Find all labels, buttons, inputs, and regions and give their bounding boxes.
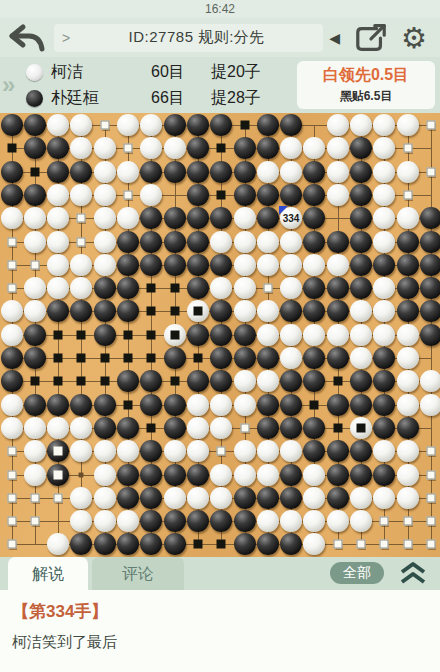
stone-white xyxy=(47,231,69,253)
stone-black xyxy=(327,394,349,416)
black-player-row: 朴廷桓 66目 提28子 xyxy=(26,85,295,111)
stone-white xyxy=(47,207,69,229)
dead-black-stone xyxy=(47,440,69,462)
territory-marker-white xyxy=(426,517,435,526)
stone-white xyxy=(280,347,302,369)
stone-black xyxy=(327,464,349,486)
territory-marker-white xyxy=(263,284,272,293)
stone-black xyxy=(164,114,186,136)
stone-black xyxy=(164,161,186,183)
stone-white xyxy=(234,254,256,276)
result-lead: 白领先0.5目 xyxy=(323,65,409,86)
stone-black xyxy=(350,370,372,392)
stone-black xyxy=(24,137,46,159)
stone-white xyxy=(303,324,325,346)
territory-marker-black xyxy=(77,354,86,363)
stone-black xyxy=(187,254,209,276)
stone-black xyxy=(257,184,279,206)
stone-white xyxy=(373,487,395,509)
stone-white xyxy=(257,161,279,183)
stone-black xyxy=(397,231,419,253)
stone-black xyxy=(327,487,349,509)
territory-marker-white xyxy=(7,517,16,526)
stone-white xyxy=(70,440,92,462)
stone-white xyxy=(257,231,279,253)
stone-black xyxy=(140,487,162,509)
stone-black xyxy=(24,394,46,416)
stone-white xyxy=(350,487,372,509)
stone-black xyxy=(303,347,325,369)
stone-black xyxy=(303,161,325,183)
stone-black xyxy=(373,254,395,276)
bottom-tab-bar: 解说 评论 全部 xyxy=(0,557,440,590)
stone-white xyxy=(210,464,232,486)
stone-black xyxy=(70,300,92,322)
stone-black xyxy=(420,324,440,346)
stone-white xyxy=(257,464,279,486)
stone-white xyxy=(373,324,395,346)
stone-white xyxy=(327,137,349,159)
stone-black xyxy=(140,207,162,229)
stone-white xyxy=(234,207,256,229)
territory-marker-black xyxy=(217,540,226,549)
stone-black xyxy=(280,533,302,555)
stone-white xyxy=(397,394,419,416)
stone-white xyxy=(117,114,139,136)
stone-black xyxy=(280,300,302,322)
stone-black xyxy=(280,114,302,136)
stone-white xyxy=(303,254,325,276)
stone-black xyxy=(280,370,302,392)
stone-white xyxy=(24,464,46,486)
stone-black xyxy=(327,231,349,253)
stone-white xyxy=(420,394,440,416)
stone-black xyxy=(280,487,302,509)
stone-black xyxy=(350,207,372,229)
result-box: 白领先0.5目 黑贴6.5目 xyxy=(297,61,435,109)
last-move-stone: 334 xyxy=(280,207,302,229)
stone-black xyxy=(210,324,232,346)
stone-black xyxy=(303,300,325,322)
white-captures: 提20子 xyxy=(211,62,295,83)
territory-marker-black xyxy=(170,377,179,386)
stone-white xyxy=(257,370,279,392)
territory-marker-black xyxy=(124,354,133,363)
stone-black xyxy=(164,417,186,439)
stone-black xyxy=(164,207,186,229)
stone-white xyxy=(327,184,349,206)
stone-white xyxy=(47,254,69,276)
stone-black xyxy=(303,417,325,439)
stone-white xyxy=(164,137,186,159)
back-icon[interactable] xyxy=(8,23,46,53)
stone-black xyxy=(187,161,209,183)
black-player-name: 朴廷桓 xyxy=(51,88,151,109)
stone-black xyxy=(373,464,395,486)
stone-white xyxy=(117,161,139,183)
stone-white xyxy=(280,231,302,253)
commentary-panel: 【第334手】 柯洁笑到了最后 xyxy=(0,590,440,672)
black-stone-icon xyxy=(26,90,43,107)
stone-black xyxy=(350,137,372,159)
stone-black xyxy=(210,254,232,276)
stone-white xyxy=(280,510,302,532)
stone-white xyxy=(47,184,69,206)
stone-white xyxy=(234,277,256,299)
stone-white xyxy=(373,440,395,462)
stone-black xyxy=(187,114,209,136)
stone-black xyxy=(117,464,139,486)
dead-stone-marker xyxy=(357,423,366,432)
stone-white xyxy=(397,370,419,392)
stone-white xyxy=(187,417,209,439)
territory-marker-white xyxy=(426,121,435,130)
territory-marker-white xyxy=(7,540,16,549)
go-board[interactable]: 334 xyxy=(0,113,440,557)
stone-white xyxy=(280,277,302,299)
territory-marker-white xyxy=(380,540,389,549)
stone-black xyxy=(350,254,372,276)
territory-marker-black xyxy=(170,284,179,293)
white-player-row: 柯洁 60目 提20子 xyxy=(26,59,295,85)
stone-black xyxy=(187,324,209,346)
stone-black xyxy=(257,533,279,555)
stone-white xyxy=(280,440,302,462)
stone-white xyxy=(70,487,92,509)
stone-black xyxy=(1,370,23,392)
stone-white xyxy=(327,161,349,183)
stone-black xyxy=(164,347,186,369)
stone-black xyxy=(187,510,209,532)
stone-white xyxy=(24,207,46,229)
territory-marker-black xyxy=(147,284,156,293)
dead-stone-marker xyxy=(54,470,63,479)
share-icon[interactable] xyxy=(354,22,388,54)
territory-marker-white xyxy=(403,517,412,526)
collapse-up-icon[interactable] xyxy=(398,560,428,586)
stone-white xyxy=(70,184,92,206)
stone-black xyxy=(187,370,209,392)
stone-white xyxy=(280,161,302,183)
stone-white xyxy=(210,487,232,509)
stone-black xyxy=(187,231,209,253)
stone-black xyxy=(164,231,186,253)
territory-marker-black xyxy=(54,354,63,363)
stone-black xyxy=(280,417,302,439)
stone-white xyxy=(373,277,395,299)
territory-marker-black xyxy=(170,307,179,316)
territory-marker-white xyxy=(7,470,16,479)
stone-black xyxy=(420,300,440,322)
stone-white xyxy=(373,231,395,253)
territory-marker-black xyxy=(77,377,86,386)
stone-black xyxy=(350,231,372,253)
stone-white xyxy=(257,510,279,532)
stone-black xyxy=(94,277,116,299)
stone-black xyxy=(187,207,209,229)
stone-black xyxy=(303,207,325,229)
stone-black xyxy=(234,137,256,159)
stone-white xyxy=(397,207,419,229)
white-stone-icon xyxy=(26,64,43,81)
stone-black xyxy=(210,114,232,136)
stone-black xyxy=(140,254,162,276)
stone-white xyxy=(397,464,419,486)
stone-white xyxy=(234,394,256,416)
stone-white xyxy=(350,347,372,369)
stone-black xyxy=(164,254,186,276)
stone-black xyxy=(140,394,162,416)
stone-black xyxy=(280,394,302,416)
play-back-icon[interactable]: ◀ xyxy=(329,30,340,46)
stone-white xyxy=(140,114,162,136)
stone-white xyxy=(210,394,232,416)
stone-black xyxy=(397,277,419,299)
stone-black xyxy=(140,370,162,392)
stone-black xyxy=(187,184,209,206)
stone-white xyxy=(164,487,186,509)
stone-black xyxy=(257,207,279,229)
stone-white xyxy=(373,161,395,183)
stone-black xyxy=(1,114,23,136)
territory-marker-white xyxy=(77,214,86,223)
stone-white xyxy=(70,277,92,299)
stone-black xyxy=(187,464,209,486)
territory-marker-black xyxy=(100,377,109,386)
stone-black xyxy=(350,440,372,462)
stone-black xyxy=(420,207,440,229)
territory-marker-black xyxy=(193,540,202,549)
stone-black xyxy=(164,394,186,416)
stone-black xyxy=(117,487,139,509)
stone-black xyxy=(94,417,116,439)
stone-black xyxy=(210,347,232,369)
stone-white xyxy=(24,440,46,462)
stone-black xyxy=(303,184,325,206)
clock: 16:42 xyxy=(205,2,235,16)
territory-marker-black xyxy=(124,400,133,409)
stone-black xyxy=(1,184,23,206)
stone-black xyxy=(47,300,69,322)
stone-black xyxy=(140,440,162,462)
stone-black xyxy=(94,324,116,346)
stone-black xyxy=(257,417,279,439)
stone-black xyxy=(164,533,186,555)
territory-marker-white xyxy=(30,517,39,526)
stone-black xyxy=(327,347,349,369)
stone-white xyxy=(327,324,349,346)
stone-black xyxy=(350,277,372,299)
tab-commentary[interactable]: 解说 xyxy=(8,557,88,590)
territory-marker-white xyxy=(7,493,16,502)
stone-black xyxy=(257,114,279,136)
dead-white-stone xyxy=(164,324,186,346)
stone-black xyxy=(70,161,92,183)
stone-white xyxy=(397,347,419,369)
territory-marker-black xyxy=(333,423,342,432)
stone-black xyxy=(420,277,440,299)
territory-marker-black xyxy=(217,144,226,153)
stone-black xyxy=(140,231,162,253)
stone-black xyxy=(420,231,440,253)
stone-black xyxy=(373,370,395,392)
territory-marker-white xyxy=(426,447,435,456)
stone-black xyxy=(397,254,419,276)
stone-white xyxy=(257,440,279,462)
stone-white xyxy=(280,137,302,159)
stone-white xyxy=(1,394,23,416)
stone-black xyxy=(94,300,116,322)
stone-black xyxy=(327,440,349,462)
stone-black xyxy=(234,324,256,346)
stone-black xyxy=(70,394,92,416)
stone-black xyxy=(140,464,162,486)
stone-white xyxy=(117,510,139,532)
last-move-number: 334 xyxy=(280,207,302,229)
stone-black xyxy=(70,533,92,555)
stone-white xyxy=(94,231,116,253)
stone-white xyxy=(234,464,256,486)
stone-white xyxy=(94,207,116,229)
stone-black xyxy=(24,114,46,136)
result-komi: 黑贴6.5目 xyxy=(340,88,393,105)
stone-white xyxy=(94,440,116,462)
territory-marker-black xyxy=(240,121,249,130)
territory-marker-white xyxy=(30,260,39,269)
stone-black xyxy=(234,184,256,206)
territory-marker-white xyxy=(403,144,412,153)
dead-white-stone xyxy=(350,417,372,439)
stone-white xyxy=(303,533,325,555)
tab-comments[interactable]: 评论 xyxy=(92,557,184,590)
stone-black xyxy=(327,277,349,299)
stone-black xyxy=(1,161,23,183)
stone-white xyxy=(397,161,419,183)
stone-white xyxy=(397,487,419,509)
stone-black xyxy=(234,510,256,532)
stone-white xyxy=(140,184,162,206)
dead-white-stone xyxy=(187,300,209,322)
stone-white xyxy=(47,417,69,439)
stone-white xyxy=(327,510,349,532)
territory-marker-white xyxy=(403,190,412,199)
stone-black xyxy=(117,254,139,276)
stone-black xyxy=(234,533,256,555)
stone-white xyxy=(350,300,372,322)
prompt-glyph: > xyxy=(62,30,70,46)
hoshi-point xyxy=(79,472,84,477)
stone-black xyxy=(24,324,46,346)
territory-marker-white xyxy=(240,423,249,432)
stone-white xyxy=(234,231,256,253)
stone-black xyxy=(24,347,46,369)
stone-white xyxy=(234,440,256,462)
stone-black xyxy=(257,137,279,159)
stone-black xyxy=(210,161,232,183)
stone-black xyxy=(373,394,395,416)
game-id-box[interactable]: > ID:27785 规则:分先 xyxy=(54,24,323,52)
stone-black xyxy=(117,370,139,392)
stone-black xyxy=(140,510,162,532)
stone-black xyxy=(210,207,232,229)
stone-black xyxy=(350,394,372,416)
stone-white xyxy=(140,137,162,159)
stone-white xyxy=(1,324,23,346)
dead-stone-marker xyxy=(170,330,179,339)
player-panel: » 柯洁 60目 提20子 朴廷桓 66目 提28子 白领先0.5目 黑贴6.5… xyxy=(0,57,440,113)
stone-black xyxy=(117,533,139,555)
expand-chevrons-icon[interactable]: » xyxy=(2,71,15,99)
stone-black xyxy=(327,300,349,322)
stone-white xyxy=(350,510,372,532)
stone-black xyxy=(373,417,395,439)
territory-marker-white xyxy=(100,121,109,130)
territory-marker-black xyxy=(100,354,109,363)
stone-white xyxy=(280,324,302,346)
stone-white xyxy=(47,533,69,555)
all-filter-button[interactable]: 全部 xyxy=(330,562,384,584)
stone-black xyxy=(234,161,256,183)
stone-black xyxy=(24,184,46,206)
stone-black xyxy=(94,533,116,555)
stone-white xyxy=(373,137,395,159)
stone-white xyxy=(94,254,116,276)
stone-white xyxy=(187,440,209,462)
stone-black xyxy=(94,394,116,416)
settings-gear-icon[interactable]: ⚙ xyxy=(396,22,432,54)
stone-black xyxy=(350,161,372,183)
stone-white xyxy=(70,114,92,136)
stone-black xyxy=(303,440,325,462)
stone-black xyxy=(164,510,186,532)
stone-black xyxy=(257,347,279,369)
stone-white xyxy=(303,464,325,486)
stone-white xyxy=(327,254,349,276)
stone-white xyxy=(70,137,92,159)
stone-white xyxy=(94,184,116,206)
territory-marker-black xyxy=(77,330,86,339)
stone-black xyxy=(117,231,139,253)
stone-white xyxy=(164,440,186,462)
territory-marker-white xyxy=(403,540,412,549)
territory-marker-white xyxy=(7,284,16,293)
territory-marker-white xyxy=(333,540,342,549)
stone-white xyxy=(24,300,46,322)
stone-white xyxy=(70,254,92,276)
stone-black xyxy=(187,277,209,299)
territory-marker-white xyxy=(426,470,435,479)
territory-marker-white xyxy=(7,447,16,456)
black-score: 66目 xyxy=(151,88,211,109)
territory-marker-white xyxy=(357,540,366,549)
stone-black xyxy=(257,394,279,416)
stone-white xyxy=(1,300,23,322)
stone-black xyxy=(397,417,419,439)
stone-white xyxy=(1,207,23,229)
stone-white xyxy=(234,370,256,392)
stone-black xyxy=(210,300,232,322)
stone-white xyxy=(280,254,302,276)
stone-white xyxy=(210,231,232,253)
stone-white xyxy=(94,464,116,486)
stone-white xyxy=(373,184,395,206)
stone-white xyxy=(350,114,372,136)
stone-white xyxy=(187,394,209,416)
dead-stone-marker xyxy=(54,447,63,456)
move-comment: 柯洁笑到了最后 xyxy=(12,633,428,652)
stone-black xyxy=(1,347,23,369)
status-bar: 16:42 xyxy=(0,0,440,18)
